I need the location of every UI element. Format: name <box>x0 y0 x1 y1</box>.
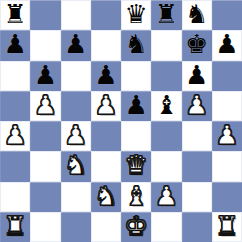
square-d5[interactable]: ♟ <box>91 91 121 121</box>
square-h8[interactable] <box>212 0 242 30</box>
piece-black-pawn[interactable]: ♟ <box>94 62 117 88</box>
square-a4[interactable]: ♟ <box>0 121 30 151</box>
piece-black-pawn[interactable]: ♟ <box>215 31 238 57</box>
square-b7[interactable] <box>30 30 60 60</box>
square-c5[interactable] <box>61 91 91 121</box>
piece-white-pawn[interactable]: ♟ <box>155 183 178 209</box>
square-e8[interactable]: ♛ <box>121 0 151 30</box>
piece-black-queen[interactable]: ♛ <box>124 1 147 27</box>
piece-white-pawn[interactable]: ♟ <box>94 92 117 118</box>
piece-white-bishop[interactable]: ♝ <box>124 183 147 209</box>
square-c3[interactable]: ♞ <box>61 151 91 181</box>
piece-black-bishop[interactable]: ♝ <box>155 92 178 118</box>
piece-white-pawn[interactable]: ♟ <box>215 122 238 148</box>
piece-white-rook[interactable]: ♜ <box>3 213 26 239</box>
square-e6[interactable] <box>121 61 151 91</box>
square-d8[interactable] <box>91 0 121 30</box>
square-c6[interactable] <box>61 61 91 91</box>
square-h7[interactable]: ♟ <box>212 30 242 60</box>
piece-white-king[interactable]: ♚ <box>124 213 147 239</box>
square-d7[interactable] <box>91 30 121 60</box>
square-c1[interactable] <box>61 212 91 242</box>
square-b6[interactable]: ♟ <box>30 61 60 91</box>
square-e4[interactable] <box>121 121 151 151</box>
square-h4[interactable]: ♟ <box>212 121 242 151</box>
square-g5[interactable]: ♟ <box>182 91 212 121</box>
square-b4[interactable] <box>30 121 60 151</box>
square-h5[interactable] <box>212 91 242 121</box>
piece-black-pawn[interactable]: ♟ <box>3 31 26 57</box>
square-h2[interactable] <box>212 182 242 212</box>
square-d6[interactable]: ♟ <box>91 61 121 91</box>
square-g6[interactable]: ♟ <box>182 61 212 91</box>
piece-black-pawn[interactable]: ♟ <box>64 31 87 57</box>
piece-white-knight[interactable]: ♞ <box>94 183 117 209</box>
square-a8[interactable]: ♜ <box>0 0 30 30</box>
square-f8[interactable]: ♜ <box>151 0 181 30</box>
square-c2[interactable] <box>61 182 91 212</box>
square-b2[interactable] <box>30 182 60 212</box>
piece-black-king[interactable]: ♚ <box>185 31 208 57</box>
square-d4[interactable] <box>91 121 121 151</box>
square-g1[interactable] <box>182 212 212 242</box>
square-a2[interactable] <box>0 182 30 212</box>
square-d3[interactable] <box>91 151 121 181</box>
square-f7[interactable] <box>151 30 181 60</box>
square-e7[interactable]: ♞ <box>121 30 151 60</box>
square-e1[interactable]: ♚ <box>121 212 151 242</box>
square-f3[interactable] <box>151 151 181 181</box>
square-f5[interactable]: ♝ <box>151 91 181 121</box>
square-b1[interactable] <box>30 212 60 242</box>
square-a3[interactable] <box>0 151 30 181</box>
square-b8[interactable] <box>30 0 60 30</box>
chess-board: ♜♛♜♞♟♟♞♚♟♟♟♟♟♟♟♝♟♟♟♟♞♛♞♝♟♜♚♜ <box>0 0 242 242</box>
piece-white-rook[interactable]: ♜ <box>215 213 238 239</box>
square-f6[interactable] <box>151 61 181 91</box>
square-c8[interactable] <box>61 0 91 30</box>
square-c7[interactable]: ♟ <box>61 30 91 60</box>
square-d2[interactable]: ♞ <box>91 182 121 212</box>
square-e3[interactable]: ♛ <box>121 151 151 181</box>
square-c4[interactable]: ♟ <box>61 121 91 151</box>
piece-white-pawn[interactable]: ♟ <box>34 92 57 118</box>
piece-white-queen[interactable]: ♛ <box>124 152 147 178</box>
piece-black-pawn[interactable]: ♟ <box>124 92 147 118</box>
square-g7[interactable]: ♚ <box>182 30 212 60</box>
square-h6[interactable] <box>212 61 242 91</box>
square-f4[interactable] <box>151 121 181 151</box>
square-g4[interactable] <box>182 121 212 151</box>
piece-black-knight[interactable]: ♞ <box>124 31 147 57</box>
piece-white-pawn[interactable]: ♟ <box>3 122 26 148</box>
piece-black-rook[interactable]: ♜ <box>3 1 26 27</box>
square-a6[interactable] <box>0 61 30 91</box>
square-b3[interactable] <box>30 151 60 181</box>
square-f1[interactable] <box>151 212 181 242</box>
piece-black-pawn[interactable]: ♟ <box>34 62 57 88</box>
piece-white-knight[interactable]: ♞ <box>64 152 87 178</box>
square-f2[interactable]: ♟ <box>151 182 181 212</box>
square-e2[interactable]: ♝ <box>121 182 151 212</box>
piece-white-pawn[interactable]: ♟ <box>64 122 87 148</box>
square-d1[interactable] <box>91 212 121 242</box>
square-g8[interactable]: ♞ <box>182 0 212 30</box>
square-a5[interactable] <box>0 91 30 121</box>
square-a7[interactable]: ♟ <box>0 30 30 60</box>
square-h3[interactable] <box>212 151 242 181</box>
square-e5[interactable]: ♟ <box>121 91 151 121</box>
piece-black-pawn[interactable]: ♟ <box>185 62 208 88</box>
square-g2[interactable] <box>182 182 212 212</box>
piece-black-knight[interactable]: ♞ <box>185 1 208 27</box>
square-h1[interactable]: ♜ <box>212 212 242 242</box>
square-a1[interactable]: ♜ <box>0 212 30 242</box>
square-g3[interactable] <box>182 151 212 181</box>
piece-white-pawn[interactable]: ♟ <box>185 92 208 118</box>
square-b5[interactable]: ♟ <box>30 91 60 121</box>
piece-black-rook[interactable]: ♜ <box>155 1 178 27</box>
